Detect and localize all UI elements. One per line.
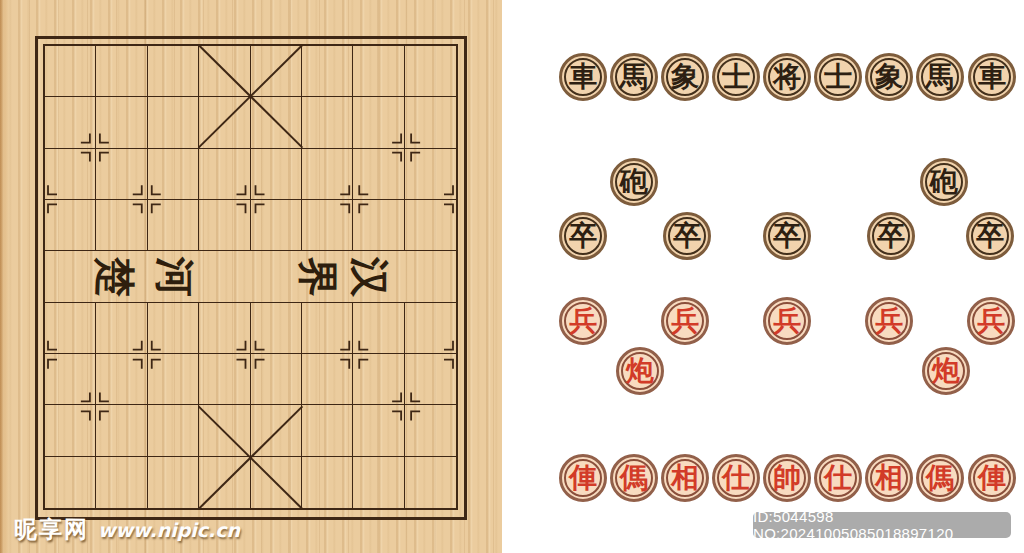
piece-character: 兵: [569, 307, 597, 335]
river-char-he: 河: [155, 257, 195, 297]
piece-character: 将: [773, 63, 801, 91]
board-cell: [302, 46, 353, 97]
board-cell: [353, 200, 404, 251]
board-cell: [45, 46, 96, 97]
board-cell: [199, 46, 250, 97]
piece-black-horse[interactable]: 馬: [916, 53, 964, 101]
board-cell: [96, 200, 147, 251]
board-cell: [302, 200, 353, 251]
piece-character: 兵: [875, 307, 903, 335]
board-cell: [45, 97, 96, 148]
watermark-site-name: 昵享网: [14, 514, 89, 545]
piece-black-rook[interactable]: 車: [968, 53, 1016, 101]
board-cell: [405, 97, 456, 148]
board-cell: [148, 46, 199, 97]
board-cell: [251, 457, 302, 508]
piece-character: 相: [875, 464, 903, 492]
board-cell: [405, 251, 456, 302]
piece-character: 卒: [773, 222, 801, 250]
piece-character: 馬: [620, 63, 648, 91]
board-cell: [45, 200, 96, 251]
piece-red-cannon[interactable]: 炮: [616, 347, 664, 395]
piece-character: 士: [722, 63, 750, 91]
river-char-han: 汉: [350, 257, 390, 297]
piece-red-cannon[interactable]: 炮: [922, 347, 970, 395]
piece-character: 兵: [671, 307, 699, 335]
board-cell: [148, 149, 199, 200]
board-cell: [96, 457, 147, 508]
board-cell: [96, 354, 147, 405]
board-cell: [405, 405, 456, 456]
piece-character: 象: [671, 63, 699, 91]
piece-red-horse[interactable]: 傌: [610, 454, 658, 502]
piece-character: 仕: [722, 464, 750, 492]
piece-red-advisor[interactable]: 仕: [712, 454, 760, 502]
board-cell: [251, 405, 302, 456]
piece-red-rook[interactable]: 俥: [559, 454, 607, 502]
board-cell: [353, 405, 404, 456]
piece-character: 帥: [773, 464, 801, 492]
board-cell: [148, 97, 199, 148]
piece-character: 傌: [620, 464, 648, 492]
board-cell: [353, 354, 404, 405]
piece-black-soldier[interactable]: 卒: [663, 212, 711, 260]
board-cell: [45, 251, 96, 302]
piece-red-elephant[interactable]: 相: [865, 454, 913, 502]
piece-red-soldier[interactable]: 兵: [865, 297, 913, 345]
board-cell: [405, 149, 456, 200]
image-id-badge: ID:5044598 NO:20241005085018897120: [753, 512, 1011, 538]
board-cell: [405, 303, 456, 354]
piece-character: 馬: [926, 63, 954, 91]
board-cell: [251, 200, 302, 251]
board-cell: [302, 303, 353, 354]
board-cell: [405, 354, 456, 405]
piece-character: 傌: [926, 464, 954, 492]
river-char-jie: 界: [298, 257, 338, 297]
piece-red-general[interactable]: 帥: [763, 454, 811, 502]
board-cell: [45, 303, 96, 354]
piece-character: 卒: [976, 222, 1004, 250]
piece-character: 象: [875, 63, 903, 91]
piece-black-soldier[interactable]: 卒: [966, 212, 1014, 260]
piece-black-advisor[interactable]: 士: [712, 53, 760, 101]
piece-black-cannon[interactable]: 砲: [610, 158, 658, 206]
board-cell: [251, 149, 302, 200]
piece-black-horse[interactable]: 馬: [610, 53, 658, 101]
piece-black-cannon[interactable]: 砲: [920, 158, 968, 206]
piece-character: 車: [978, 63, 1006, 91]
piece-black-elephant[interactable]: 象: [865, 53, 913, 101]
stock-image-canvas: 楚 河 界 汉 昵享网 www.nipic.cn 車馬象士将士象馬車砲砲卒卒卒卒…: [0, 0, 1024, 553]
piece-red-advisor[interactable]: 仕: [814, 454, 862, 502]
board-cell: [45, 457, 96, 508]
board-cell: [148, 200, 199, 251]
board-cell: [199, 303, 250, 354]
board-cell: [96, 97, 147, 148]
board-cell: [302, 97, 353, 148]
board-cell: [148, 303, 199, 354]
board-cell: [199, 149, 250, 200]
piece-character: 車: [569, 63, 597, 91]
piece-character: 仕: [824, 464, 852, 492]
piece-character: 砲: [930, 168, 958, 196]
piece-character: 卒: [569, 222, 597, 250]
board-cell: [405, 200, 456, 251]
board-cell: [45, 405, 96, 456]
piece-red-rook[interactable]: 俥: [968, 454, 1016, 502]
board-cell: [96, 46, 147, 97]
board-cell: [302, 457, 353, 508]
board-cell: [199, 251, 250, 302]
piece-black-rook[interactable]: 車: [559, 53, 607, 101]
piece-red-soldier[interactable]: 兵: [661, 297, 709, 345]
piece-character: 砲: [620, 168, 648, 196]
board-cell: [405, 457, 456, 508]
board-cell: [96, 149, 147, 200]
board-cell: [45, 354, 96, 405]
board-cell: [199, 405, 250, 456]
piece-black-advisor[interactable]: 士: [814, 53, 862, 101]
watermark-site-url: www.nipic.cn: [98, 519, 240, 541]
board-cell: [405, 46, 456, 97]
board-cell: [251, 46, 302, 97]
piece-character: 卒: [877, 222, 905, 250]
piece-black-soldier[interactable]: 卒: [559, 212, 607, 260]
board-cell: [148, 354, 199, 405]
board-cell: [251, 303, 302, 354]
river-char-chu: 楚: [95, 257, 135, 297]
board-cell: [251, 354, 302, 405]
board-cell: [45, 149, 96, 200]
piece-character: 俥: [569, 464, 597, 492]
piece-character: 兵: [773, 307, 801, 335]
piece-black-elephant[interactable]: 象: [661, 53, 709, 101]
board-cell: [353, 46, 404, 97]
board-cell: [353, 303, 404, 354]
board-cell: [199, 200, 250, 251]
board-panel: 楚 河 界 汉 昵享网 www.nipic.cn: [0, 0, 502, 553]
board-cell: [302, 149, 353, 200]
board-cell: [353, 97, 404, 148]
piece-character: 士: [824, 63, 852, 91]
board-cell: [251, 97, 302, 148]
piece-character: 炮: [932, 357, 960, 385]
piece-red-elephant[interactable]: 相: [661, 454, 709, 502]
board-cell: [199, 457, 250, 508]
board-cell: [353, 149, 404, 200]
board-cell: [148, 405, 199, 456]
piece-character: 俥: [978, 464, 1006, 492]
piece-character: 兵: [977, 307, 1005, 335]
piece-black-general[interactable]: 将: [763, 53, 811, 101]
board-cell: [199, 354, 250, 405]
piece-character: 相: [671, 464, 699, 492]
piece-red-horse[interactable]: 傌: [916, 454, 964, 502]
watermark: 昵享网 www.nipic.cn: [14, 514, 240, 545]
piece-character: 卒: [673, 222, 701, 250]
piece-black-soldier[interactable]: 卒: [763, 212, 811, 260]
board-cell: [148, 457, 199, 508]
piece-character: 炮: [626, 357, 654, 385]
board-cell: [96, 405, 147, 456]
board-cell: [353, 457, 404, 508]
board-cell: [302, 405, 353, 456]
board-cell: [302, 354, 353, 405]
board-cell: [96, 303, 147, 354]
board-cell: [199, 97, 250, 148]
piece-red-soldier[interactable]: 兵: [763, 297, 811, 345]
piece-red-soldier[interactable]: 兵: [559, 297, 607, 345]
piece-red-soldier[interactable]: 兵: [967, 297, 1015, 345]
piece-black-soldier[interactable]: 卒: [867, 212, 915, 260]
